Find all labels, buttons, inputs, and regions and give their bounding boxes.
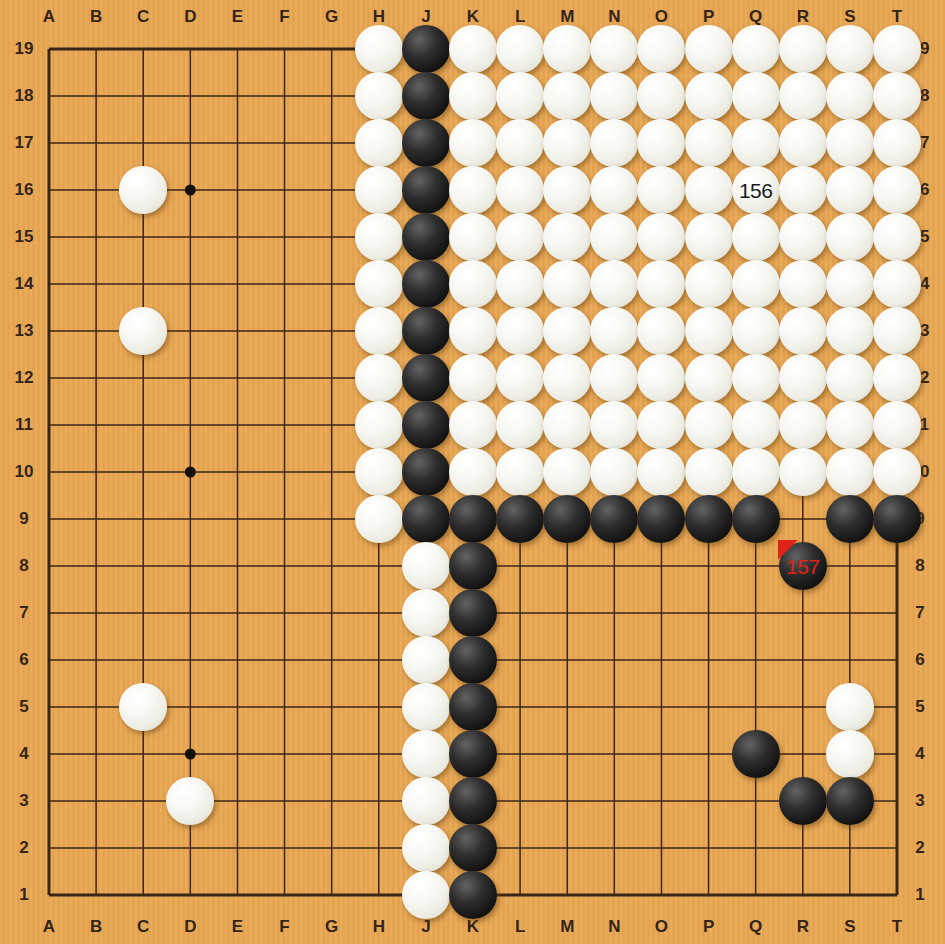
right-row-label-5: 5 — [902, 697, 938, 717]
stone-white-P14 — [685, 260, 733, 308]
stone-white-R12 — [779, 354, 827, 402]
stone-white-M15 — [543, 213, 591, 261]
stone-white-R10 — [779, 448, 827, 496]
stone-white-N10 — [590, 448, 638, 496]
stone-black-K1 — [449, 871, 497, 919]
stone-white-M14 — [543, 260, 591, 308]
stone-white-L18 — [496, 72, 544, 120]
top-column-label-E: E — [219, 7, 255, 27]
stone-white-H18 — [355, 72, 403, 120]
stone-white-R19 — [779, 25, 827, 73]
stone-white-N19 — [590, 25, 638, 73]
left-row-label-4: 4 — [6, 744, 42, 764]
top-column-label-P: P — [691, 7, 727, 27]
stone-black-J15 — [402, 213, 450, 261]
stone-white-T11 — [873, 401, 921, 449]
stone-white-T17 — [873, 119, 921, 167]
stone-black-K4 — [449, 730, 497, 778]
left-row-label-8: 8 — [6, 556, 42, 576]
stone-white-Q18 — [732, 72, 780, 120]
stone-white-J6 — [402, 636, 450, 684]
left-row-label-16: 16 — [6, 180, 42, 200]
stone-black-J18 — [402, 72, 450, 120]
stone-white-M11 — [543, 401, 591, 449]
stone-white-L15 — [496, 213, 544, 261]
stone-white-M10 — [543, 448, 591, 496]
stone-black-N9 — [590, 495, 638, 543]
stone-white-Q10 — [732, 448, 780, 496]
stone-white-D3 — [166, 777, 214, 825]
stone-white-H16 — [355, 166, 403, 214]
left-row-label-7: 7 — [6, 603, 42, 623]
stone-black-K2 — [449, 824, 497, 872]
stone-white-P17 — [685, 119, 733, 167]
stone-white-P12 — [685, 354, 733, 402]
stone-white-K13 — [449, 307, 497, 355]
stone-white-S16 — [826, 166, 874, 214]
top-column-label-B: B — [78, 7, 114, 27]
stone-white-L17 — [496, 119, 544, 167]
top-column-label-S: S — [832, 7, 868, 27]
stone-white-C13 — [119, 307, 167, 355]
left-row-label-11: 11 — [6, 415, 42, 435]
stone-white-R18 — [779, 72, 827, 120]
stone-white-N17 — [590, 119, 638, 167]
top-column-label-T: T — [879, 7, 915, 27]
stone-black-K8 — [449, 542, 497, 590]
go-board[interactable]: AABBCCDDEEFFGGHHJJKKLLMMNNOOPPQQRRSSTT19… — [0, 0, 945, 944]
left-row-label-1: 1 — [6, 885, 42, 905]
stone-white-P19 — [685, 25, 733, 73]
stone-white-H9 — [355, 495, 403, 543]
stone-white-J2 — [402, 824, 450, 872]
stone-white-R16 — [779, 166, 827, 214]
stone-white-J8 — [402, 542, 450, 590]
bottom-column-label-O: O — [643, 917, 679, 937]
stone-white-M13 — [543, 307, 591, 355]
stone-white-Q13 — [732, 307, 780, 355]
stone-white-L10 — [496, 448, 544, 496]
right-row-label-1: 1 — [902, 885, 938, 905]
stone-white-R13 — [779, 307, 827, 355]
stone-white-N13 — [590, 307, 638, 355]
top-column-label-H: H — [361, 7, 397, 27]
stone-white-H19 — [355, 25, 403, 73]
left-row-label-5: 5 — [6, 697, 42, 717]
stone-white-S14 — [826, 260, 874, 308]
bottom-column-label-A: A — [31, 917, 67, 937]
stone-black-Q4 — [732, 730, 780, 778]
top-column-label-O: O — [643, 7, 679, 27]
stone-white-P10 — [685, 448, 733, 496]
stone-black-T9 — [873, 495, 921, 543]
left-row-label-19: 19 — [6, 39, 42, 59]
stone-white-T18 — [873, 72, 921, 120]
top-column-label-F: F — [267, 7, 303, 27]
stone-white-J7 — [402, 589, 450, 637]
top-column-label-G: G — [314, 7, 350, 27]
stone-white-S18 — [826, 72, 874, 120]
stone-white-M18 — [543, 72, 591, 120]
stone-white-K15 — [449, 213, 497, 261]
stone-black-R3 — [779, 777, 827, 825]
stone-black-Q9 — [732, 495, 780, 543]
stone-white-H10 — [355, 448, 403, 496]
stone-white-N15 — [590, 213, 638, 261]
stone-white-M19 — [543, 25, 591, 73]
stone-white-K16 — [449, 166, 497, 214]
stone-white-Q14 — [732, 260, 780, 308]
stone-white-M17 — [543, 119, 591, 167]
stone-black-S9 — [826, 495, 874, 543]
stone-white-K17 — [449, 119, 497, 167]
bottom-column-label-R: R — [785, 917, 821, 937]
stone-white-T10 — [873, 448, 921, 496]
stone-white-S17 — [826, 119, 874, 167]
stone-white-Q11 — [732, 401, 780, 449]
stone-white-S19 — [826, 25, 874, 73]
stone-white-S10 — [826, 448, 874, 496]
top-column-label-J: J — [408, 7, 444, 27]
top-column-label-A: A — [31, 7, 67, 27]
stone-white-P18 — [685, 72, 733, 120]
bottom-column-label-P: P — [691, 917, 727, 937]
top-column-label-C: C — [125, 7, 161, 27]
stone-black-K6 — [449, 636, 497, 684]
move-number-label-156: 156 — [739, 180, 773, 201]
stone-black-K3 — [449, 777, 497, 825]
stone-white-C5 — [119, 683, 167, 731]
bottom-column-label-S: S — [832, 917, 868, 937]
bottom-column-label-G: G — [314, 917, 350, 937]
stone-white-P13 — [685, 307, 733, 355]
top-column-label-R: R — [785, 7, 821, 27]
stone-white-Q16: 156 — [732, 166, 780, 214]
right-row-label-3: 3 — [902, 791, 938, 811]
stone-white-H13 — [355, 307, 403, 355]
stone-white-S13 — [826, 307, 874, 355]
stone-white-L12 — [496, 354, 544, 402]
stone-black-K9 — [449, 495, 497, 543]
stone-black-M9 — [543, 495, 591, 543]
stone-black-J13 — [402, 307, 450, 355]
stone-white-H12 — [355, 354, 403, 402]
bottom-column-label-F: F — [267, 917, 303, 937]
stone-black-J17 — [402, 119, 450, 167]
stone-white-H15 — [355, 213, 403, 261]
left-row-label-15: 15 — [6, 227, 42, 247]
stone-white-P16 — [685, 166, 733, 214]
left-row-label-9: 9 — [6, 509, 42, 529]
top-column-label-N: N — [596, 7, 632, 27]
stone-white-S15 — [826, 213, 874, 261]
stone-white-L13 — [496, 307, 544, 355]
stone-white-P11 — [685, 401, 733, 449]
stone-white-R14 — [779, 260, 827, 308]
stone-white-S4 — [826, 730, 874, 778]
stone-white-S11 — [826, 401, 874, 449]
bottom-column-label-T: T — [879, 917, 915, 937]
stone-white-T14 — [873, 260, 921, 308]
top-column-label-K: K — [455, 7, 491, 27]
right-row-label-6: 6 — [902, 650, 938, 670]
stone-white-H17 — [355, 119, 403, 167]
bottom-column-label-E: E — [219, 917, 255, 937]
stone-white-T13 — [873, 307, 921, 355]
stone-black-J9 — [402, 495, 450, 543]
stone-white-H14 — [355, 260, 403, 308]
stone-white-J3 — [402, 777, 450, 825]
left-row-label-6: 6 — [6, 650, 42, 670]
stone-white-H11 — [355, 401, 403, 449]
stone-black-J11 — [402, 401, 450, 449]
stone-white-K14 — [449, 260, 497, 308]
stone-black-S3 — [826, 777, 874, 825]
stone-white-J1 — [402, 871, 450, 919]
stone-white-Q12 — [732, 354, 780, 402]
stone-white-Q19 — [732, 25, 780, 73]
stone-black-J12 — [402, 354, 450, 402]
right-row-label-4: 4 — [902, 744, 938, 764]
stone-white-T15 — [873, 213, 921, 261]
stone-black-K7 — [449, 589, 497, 637]
stone-black-P9 — [685, 495, 733, 543]
stone-white-M12 — [543, 354, 591, 402]
left-row-label-18: 18 — [6, 86, 42, 106]
stone-black-K5 — [449, 683, 497, 731]
top-column-label-L: L — [502, 7, 538, 27]
bottom-column-label-N: N — [596, 917, 632, 937]
stone-white-L16 — [496, 166, 544, 214]
bottom-column-label-K: K — [455, 917, 491, 937]
stone-white-T19 — [873, 25, 921, 73]
stone-white-R15 — [779, 213, 827, 261]
left-row-label-17: 17 — [6, 133, 42, 153]
stone-white-K11 — [449, 401, 497, 449]
move-number-label-157: 157 — [786, 556, 820, 577]
stone-white-M16 — [543, 166, 591, 214]
stone-white-L14 — [496, 260, 544, 308]
stone-white-K19 — [449, 25, 497, 73]
left-row-label-14: 14 — [6, 274, 42, 294]
stone-white-K12 — [449, 354, 497, 402]
top-column-label-Q: Q — [738, 7, 774, 27]
top-column-label-D: D — [172, 7, 208, 27]
stone-black-J19 — [402, 25, 450, 73]
stone-white-N11 — [590, 401, 638, 449]
left-row-label-3: 3 — [6, 791, 42, 811]
stone-white-L11 — [496, 401, 544, 449]
stone-black-J10 — [402, 448, 450, 496]
bottom-column-label-B: B — [78, 917, 114, 937]
stone-white-P15 — [685, 213, 733, 261]
left-row-label-10: 10 — [6, 462, 42, 482]
stone-white-N14 — [590, 260, 638, 308]
right-row-label-2: 2 — [902, 838, 938, 858]
right-row-label-7: 7 — [902, 603, 938, 623]
stone-white-C16 — [119, 166, 167, 214]
stone-white-R11 — [779, 401, 827, 449]
stone-black-J14 — [402, 260, 450, 308]
stone-white-Q15 — [732, 213, 780, 261]
stone-white-T16 — [873, 166, 921, 214]
bottom-column-label-J: J — [408, 917, 444, 937]
stone-white-J4 — [402, 730, 450, 778]
stone-white-R17 — [779, 119, 827, 167]
bottom-column-label-C: C — [125, 917, 161, 937]
stone-white-S5 — [826, 683, 874, 731]
bottom-column-label-H: H — [361, 917, 397, 937]
stone-white-Q17 — [732, 119, 780, 167]
stone-white-S12 — [826, 354, 874, 402]
bottom-column-label-D: D — [172, 917, 208, 937]
stone-white-K10 — [449, 448, 497, 496]
bottom-column-label-M: M — [549, 917, 585, 937]
left-row-label-2: 2 — [6, 838, 42, 858]
stone-white-K18 — [449, 72, 497, 120]
top-column-label-M: M — [549, 7, 585, 27]
bottom-column-label-L: L — [502, 917, 538, 937]
right-row-label-8: 8 — [902, 556, 938, 576]
stone-white-T12 — [873, 354, 921, 402]
stone-white-N18 — [590, 72, 638, 120]
stone-white-L19 — [496, 25, 544, 73]
left-row-label-12: 12 — [6, 368, 42, 388]
bottom-column-label-Q: Q — [738, 917, 774, 937]
stone-black-J16 — [402, 166, 450, 214]
stone-white-J5 — [402, 683, 450, 731]
stone-white-N12 — [590, 354, 638, 402]
stone-black-L9 — [496, 495, 544, 543]
stone-white-N16 — [590, 166, 638, 214]
left-row-label-13: 13 — [6, 321, 42, 341]
